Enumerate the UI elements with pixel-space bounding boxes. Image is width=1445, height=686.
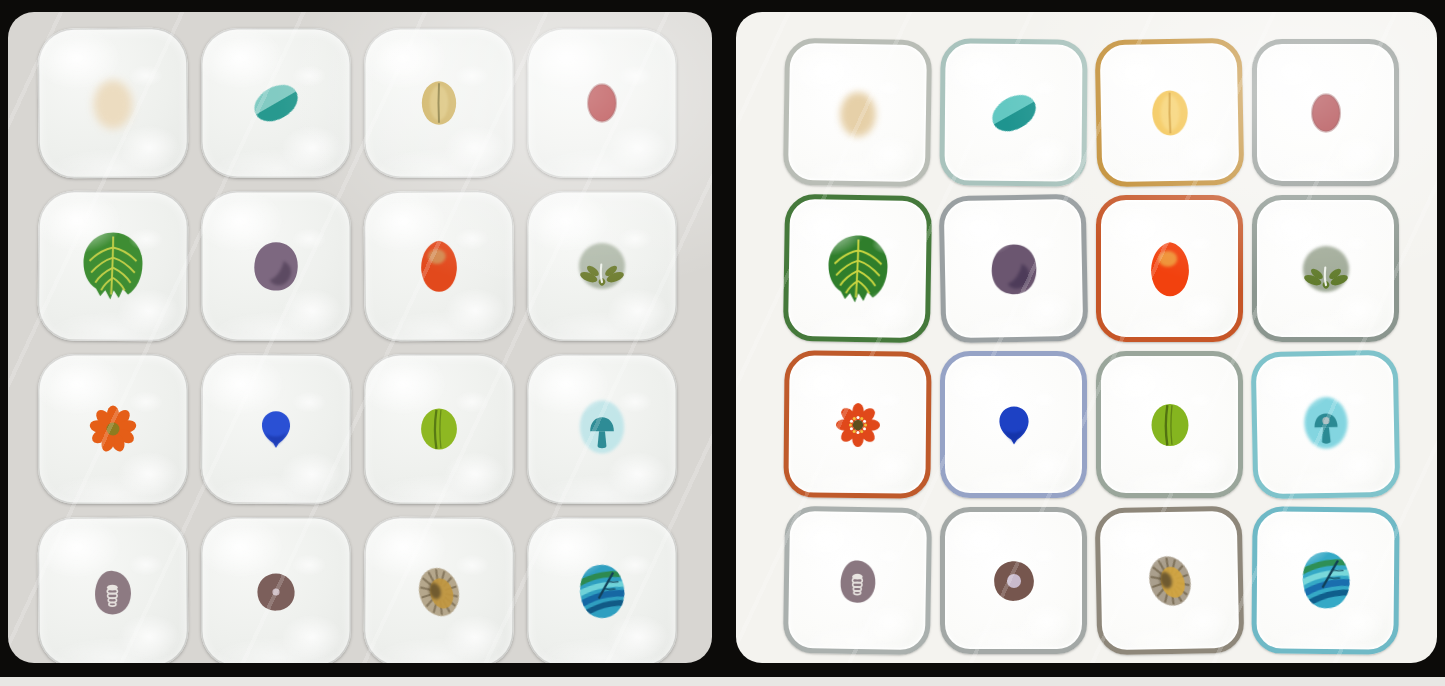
orange-flower-motif	[82, 398, 144, 460]
amber-seed-motif	[406, 70, 472, 136]
tile-right-r4c1-taupe-coil-blob	[783, 506, 932, 655]
tile-right-r2c3-orange-drop	[1096, 195, 1243, 342]
tile-right-r3c2-blue-dot	[940, 351, 1087, 498]
tile-right-r2c4-sage-leaf-bud	[1252, 195, 1399, 342]
brown-ring-dot-motif	[246, 562, 306, 622]
taupe-coil-blob-motif	[81, 560, 145, 624]
teal-swirl-leaf-motif	[1287, 542, 1364, 619]
sage-leaf-bud-motif	[1291, 234, 1361, 304]
tile-grid-right	[736, 12, 1437, 654]
tile-left-r3c2-blue-dot	[200, 353, 351, 504]
tile-right-r4c4-teal-swirl-leaf	[1251, 506, 1399, 654]
tile-left-r4c1-taupe-coil-blob	[37, 516, 188, 663]
tile-right-r3c4-aqua-mushroom	[1251, 350, 1401, 500]
tile-left-r2c2-plum-blob	[201, 191, 351, 341]
tile-left-r3c4-aqua-mushroom	[527, 354, 677, 504]
tile-left-r4c2-brown-ring-dot	[201, 517, 351, 663]
tile-left-r3c1-orange-flower	[38, 354, 188, 504]
tile-grid-left	[8, 12, 712, 663]
tile-left-r4c3-agate-shell	[363, 516, 514, 663]
tile-left-r4c4-teal-swirl-leaf	[527, 517, 677, 663]
plum-blob-motif	[977, 232, 1050, 305]
tile-right-r4c2-brown-ring-dot	[940, 507, 1087, 654]
aqua-mushroom-motif	[1289, 388, 1362, 461]
tile-left-r2c4-sage-leaf-bud	[527, 191, 677, 341]
palm-leaf-motif	[815, 226, 900, 311]
teal-split-oval-motif	[978, 77, 1049, 148]
tile-left-r1c1-cream-dot	[37, 27, 188, 178]
crimson-oval-motif	[1297, 84, 1355, 142]
taupe-coil-blob-motif	[826, 549, 889, 612]
crimson-oval-motif	[573, 74, 631, 132]
amber-seed-motif	[1135, 78, 1204, 147]
tile-right-r2c1-palm-leaf	[783, 194, 932, 343]
tile-left-r1c3-amber-seed	[364, 28, 514, 178]
blue-dot-motif	[249, 402, 303, 456]
tile-left-r2c3-orange-drop	[363, 190, 514, 341]
brown-ring-dot-motif	[982, 549, 1046, 613]
palm-leaf-motif	[71, 224, 156, 309]
blue-dot-motif	[986, 397, 1042, 453]
left-photo-prefire	[8, 12, 712, 663]
cream-dot-motif	[824, 79, 891, 146]
agate-shell-motif	[1133, 544, 1206, 617]
teal-split-oval-motif	[241, 68, 311, 138]
lime-veined-oval-motif	[1137, 392, 1203, 458]
plum-blob-motif	[241, 231, 311, 301]
agate-shell-motif	[404, 557, 474, 627]
lime-veined-oval-motif	[407, 397, 471, 461]
tile-left-r1c2-teal-split-oval	[201, 28, 351, 178]
orange-flower-motif	[828, 395, 887, 454]
teal-swirl-leaf-motif	[566, 556, 638, 628]
tile-right-r1c3-amber-seed	[1095, 38, 1245, 188]
tile-left-r2c1-palm-leaf	[37, 190, 188, 341]
tile-right-r3c3-lime-veined-oval	[1096, 351, 1243, 498]
orange-drop-motif	[1134, 233, 1206, 305]
tile-right-r4c3-agate-shell	[1095, 506, 1245, 656]
aqua-mushroom-motif	[565, 392, 639, 466]
photo-collage	[0, 0, 1445, 686]
tile-right-r3c1-orange-flower	[783, 350, 931, 498]
tile-right-r2c2-plum-blob	[939, 194, 1089, 344]
sage-leaf-bud-motif	[567, 231, 637, 301]
tile-right-r1c4-crimson-oval	[1252, 39, 1399, 186]
tile-right-r1c2-teal-split-oval	[939, 38, 1087, 186]
bottom-margin-strip	[0, 677, 1445, 686]
orange-drop-motif	[405, 232, 473, 300]
tile-left-r1c4-crimson-oval	[527, 28, 677, 178]
tile-left-r3c3-lime-veined-oval	[364, 354, 514, 504]
right-photo-postfire	[736, 12, 1437, 663]
cream-dot-motif	[77, 67, 150, 140]
tile-right-r1c1-cream-dot	[783, 38, 932, 187]
